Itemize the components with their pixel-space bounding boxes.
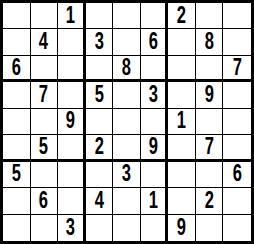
cell-r8c6[interactable]: 1 [141,188,169,214]
given-digit: 7 [39,83,48,107]
cell-r5c3[interactable]: 9 [58,109,86,135]
cell-r2c2[interactable]: 4 [31,29,59,55]
cell-r3c8[interactable] [196,56,224,82]
cell-r5c8[interactable] [196,109,224,135]
cell-r3c3[interactable] [58,56,86,82]
cell-r8c8[interactable]: 2 [196,188,224,214]
cell-r2c5[interactable] [113,29,141,55]
cell-r8c9[interactable] [223,188,251,214]
cell-r6c8[interactable]: 7 [196,135,224,161]
cell-r4c1[interactable] [3,82,31,108]
given-digit: 9 [148,135,157,159]
cell-r4c5[interactable] [113,82,141,108]
cell-r9c1[interactable] [3,215,31,241]
cell-r7c5[interactable]: 3 [113,162,141,188]
given-digit: 6 [148,30,157,54]
given-digit: 3 [94,30,103,54]
cell-r5c9[interactable] [223,109,251,135]
cell-r2c3[interactable] [58,29,86,55]
cell-r8c4[interactable]: 4 [86,188,114,214]
cell-r8c5[interactable] [113,188,141,214]
given-digit: 5 [39,135,48,159]
given-digit: 8 [122,56,131,80]
cell-r4c6[interactable]: 3 [141,82,169,108]
given-digit: 5 [12,162,21,186]
cell-r2c9[interactable] [223,29,251,55]
cell-r1c9[interactable] [223,3,251,29]
cell-r3c2[interactable] [31,56,59,82]
cell-r3c9[interactable]: 7 [223,56,251,82]
given-digit: 9 [177,216,186,240]
given-digit: 7 [205,135,214,159]
cell-r7c1[interactable]: 5 [3,162,31,188]
cell-r7c4[interactable] [86,162,114,188]
cell-r7c8[interactable] [196,162,224,188]
cell-r3c6[interactable] [141,56,169,82]
cell-r9c6[interactable] [141,215,169,241]
cell-r1c1[interactable] [3,3,31,29]
cell-r5c6[interactable] [141,109,169,135]
cell-r3c5[interactable]: 8 [113,56,141,82]
cell-r4c7[interactable] [168,82,196,108]
cell-r6c4[interactable]: 2 [86,135,114,161]
cell-r1c2[interactable] [31,3,59,29]
given-digit: 9 [66,109,75,133]
cell-r9c5[interactable] [113,215,141,241]
cell-r9c7[interactable]: 9 [168,215,196,241]
cell-r6c9[interactable] [223,135,251,161]
cell-r4c9[interactable] [223,82,251,108]
cell-r8c2[interactable]: 6 [31,188,59,214]
cell-r5c5[interactable] [113,109,141,135]
given-digit: 1 [177,109,186,133]
given-digit: 5 [94,83,103,107]
cell-r9c8[interactable] [196,215,224,241]
given-digit: 6 [12,56,21,80]
cell-r1c4[interactable] [86,3,114,29]
given-digit: 3 [122,162,131,186]
given-digit: 4 [39,30,48,54]
cell-r3c4[interactable] [86,56,114,82]
cell-r7c7[interactable] [168,162,196,188]
cell-r4c3[interactable] [58,82,86,108]
cell-r2c4[interactable]: 3 [86,29,114,55]
cell-r8c3[interactable] [58,188,86,214]
cell-r3c1[interactable]: 6 [3,56,31,82]
cell-r4c4[interactable]: 5 [86,82,114,108]
given-digit: 3 [66,216,75,240]
cell-r2c6[interactable]: 6 [141,29,169,55]
cell-r7c2[interactable] [31,162,59,188]
given-digit: 7 [233,56,242,80]
cell-r1c7[interactable]: 2 [168,3,196,29]
cell-r1c8[interactable] [196,3,224,29]
cell-r9c3[interactable]: 3 [58,215,86,241]
cell-r2c8[interactable]: 8 [196,29,224,55]
cell-r4c8[interactable]: 9 [196,82,224,108]
cell-r7c6[interactable] [141,162,169,188]
given-digit: 9 [205,83,214,107]
cell-r9c9[interactable] [223,215,251,241]
cell-r8c1[interactable] [3,188,31,214]
cell-r5c7[interactable]: 1 [168,109,196,135]
cell-r5c4[interactable] [86,109,114,135]
given-digit: 2 [205,189,214,213]
given-digit: 3 [148,83,157,107]
cell-r2c7[interactable] [168,29,196,55]
given-digit: 2 [94,135,103,159]
cell-r2c1[interactable] [3,29,31,55]
given-digit: 2 [177,4,186,28]
cell-r4c2[interactable]: 7 [31,82,59,108]
cell-r6c3[interactable] [58,135,86,161]
sudoku-puzzle: 1243686877539915297536641239 [0,0,254,244]
cell-r7c3[interactable] [58,162,86,188]
cell-r7c9[interactable]: 6 [223,162,251,188]
cell-r9c2[interactable] [31,215,59,241]
cell-r1c5[interactable] [113,3,141,29]
cell-r1c3[interactable]: 1 [58,3,86,29]
cell-r1c6[interactable] [141,3,169,29]
given-digit: 6 [233,162,242,186]
cell-r6c6[interactable]: 9 [141,135,169,161]
cell-r3c7[interactable] [168,56,196,82]
given-digit: 1 [148,189,157,213]
cell-r8c7[interactable] [168,188,196,214]
cell-r6c1[interactable] [3,135,31,161]
cell-r6c5[interactable] [113,135,141,161]
given-digit: 1 [66,4,75,28]
cell-r6c7[interactable] [168,135,196,161]
sudoku-board: 1243686877539915297536641239 [0,0,254,244]
cell-r6c2[interactable]: 5 [31,135,59,161]
cell-r9c4[interactable] [86,215,114,241]
cell-r5c1[interactable] [3,109,31,135]
given-digit: 4 [94,189,103,213]
cell-r5c2[interactable] [31,109,59,135]
given-digit: 6 [39,189,48,213]
given-digit: 8 [205,30,214,54]
